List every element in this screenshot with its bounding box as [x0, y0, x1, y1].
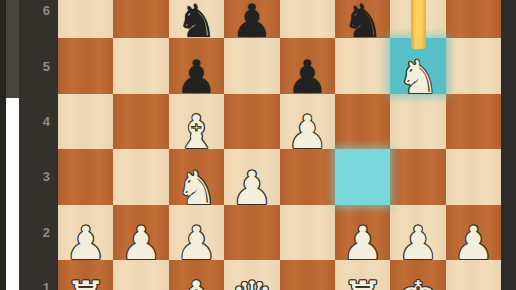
- rank-coordinates: 6 5 4 3 2 1: [0, 0, 54, 290]
- square-a6[interactable]: [58, 0, 113, 38]
- square-g2[interactable]: ♟: [390, 205, 445, 260]
- board-sidebar: 6 5 4 3 2 1: [0, 0, 58, 290]
- square-e1[interactable]: [280, 260, 335, 290]
- chess-app-screen: 6 5 4 3 2 1 ♞♟♞♟♟♞♝♟♞♟♟♟♟♟♟♟♜♝♛♜♚: [0, 0, 516, 290]
- piece-white-rook: ♜: [335, 275, 390, 290]
- square-e6[interactable]: [280, 0, 335, 38]
- rank-label-2: 2: [0, 205, 54, 260]
- square-g1[interactable]: ♚: [390, 260, 445, 290]
- piece-white-rook: ♜: [58, 275, 113, 290]
- square-h4[interactable]: [446, 94, 501, 149]
- right-edge-strip: [501, 0, 516, 290]
- square-b2[interactable]: ♟: [113, 205, 168, 260]
- square-b3[interactable]: [113, 149, 168, 204]
- square-f4[interactable]: [335, 94, 390, 149]
- square-e5[interactable]: ♟: [280, 38, 335, 93]
- square-f3[interactable]: [335, 149, 390, 204]
- square-b4[interactable]: [113, 94, 168, 149]
- square-d4[interactable]: [224, 94, 279, 149]
- square-d3[interactable]: ♟: [224, 149, 279, 204]
- square-c5[interactable]: ♟: [169, 38, 224, 93]
- square-e4[interactable]: ♟: [280, 94, 335, 149]
- square-c2[interactable]: ♟: [169, 205, 224, 260]
- square-f1[interactable]: ♜: [335, 260, 390, 290]
- square-h5[interactable]: [446, 38, 501, 93]
- square-a1[interactable]: ♜: [58, 260, 113, 290]
- square-d5[interactable]: [224, 38, 279, 93]
- square-e3[interactable]: [280, 149, 335, 204]
- chess-board: ♞♟♞♟♟♞♝♟♞♟♟♟♟♟♟♟♜♝♛♜♚: [58, 0, 501, 290]
- square-b1[interactable]: [113, 260, 168, 290]
- square-c4[interactable]: ♝: [169, 94, 224, 149]
- square-d6[interactable]: ♟: [224, 0, 279, 38]
- piece-white-knight: ♞: [390, 54, 445, 100]
- rank-label-6: 6: [0, 0, 54, 38]
- rank-label-4: 4: [0, 94, 54, 149]
- piece-white-king: ♚: [390, 275, 445, 290]
- square-a4[interactable]: [58, 94, 113, 149]
- square-b6[interactable]: [113, 0, 168, 38]
- square-g4[interactable]: [390, 94, 445, 149]
- piece-white-queen: ♛: [224, 275, 279, 290]
- square-a2[interactable]: ♟: [58, 205, 113, 260]
- square-h1[interactable]: [446, 260, 501, 290]
- square-c6[interactable]: ♞: [169, 0, 224, 38]
- rank-label-1: 1: [0, 260, 54, 290]
- square-d1[interactable]: ♛: [224, 260, 279, 290]
- square-f6[interactable]: ♞: [335, 0, 390, 38]
- square-h2[interactable]: ♟: [446, 205, 501, 260]
- square-d2[interactable]: [224, 205, 279, 260]
- square-c1[interactable]: ♝: [169, 260, 224, 290]
- piece-white-bishop: ♝: [169, 275, 224, 290]
- square-b5[interactable]: [113, 38, 168, 93]
- square-f5[interactable]: [335, 38, 390, 93]
- square-f2[interactable]: ♟: [335, 205, 390, 260]
- square-h3[interactable]: [446, 149, 501, 204]
- rank-label-5: 5: [0, 38, 54, 93]
- square-a5[interactable]: [58, 38, 113, 93]
- rank-label-3: 3: [0, 149, 54, 204]
- square-g3[interactable]: [390, 149, 445, 204]
- square-c3[interactable]: ♞: [169, 149, 224, 204]
- square-a3[interactable]: [58, 149, 113, 204]
- square-h6[interactable]: [446, 0, 501, 38]
- move-arrow: [411, 0, 426, 49]
- square-e2[interactable]: [280, 205, 335, 260]
